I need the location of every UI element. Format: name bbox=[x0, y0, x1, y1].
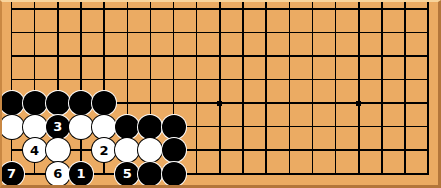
move-number: 4 bbox=[30, 144, 39, 157]
grid-line-horizontal bbox=[11, 55, 429, 57]
go-stone-black[interactable] bbox=[138, 162, 162, 186]
go-board-grid: 3427615 bbox=[2, 2, 438, 185]
grid-line-horizontal bbox=[11, 79, 429, 81]
go-stone-black[interactable] bbox=[138, 115, 162, 139]
grid-line-horizontal bbox=[11, 8, 429, 10]
go-stone-black[interactable] bbox=[162, 162, 186, 186]
move-number: 1 bbox=[76, 167, 85, 180]
go-stone-white[interactable] bbox=[46, 138, 70, 162]
go-stone-white[interactable] bbox=[23, 115, 47, 139]
go-stone-white[interactable] bbox=[92, 115, 116, 139]
go-stone-black[interactable]: 5 bbox=[115, 162, 139, 186]
go-stone-white[interactable]: 2 bbox=[92, 138, 116, 162]
go-stone-black[interactable] bbox=[115, 115, 139, 139]
move-number: 5 bbox=[123, 167, 132, 180]
grid-line-horizontal bbox=[11, 32, 429, 34]
move-number: 7 bbox=[7, 167, 16, 180]
go-stone-white[interactable]: 6 bbox=[46, 162, 70, 186]
go-stone-black[interactable] bbox=[46, 91, 70, 115]
go-stone-white[interactable] bbox=[0, 115, 24, 139]
go-stone-white[interactable] bbox=[115, 138, 139, 162]
star-point bbox=[217, 101, 222, 106]
go-stone-black[interactable] bbox=[23, 91, 47, 115]
go-stone-black[interactable] bbox=[162, 138, 186, 162]
go-stone-black[interactable]: 3 bbox=[46, 115, 70, 139]
go-stone-black[interactable] bbox=[69, 91, 93, 115]
go-stone-black[interactable] bbox=[92, 91, 116, 115]
move-number: 3 bbox=[53, 120, 62, 133]
go-stone-white[interactable]: 4 bbox=[23, 138, 47, 162]
go-stone-black[interactable]: 1 bbox=[69, 162, 93, 186]
go-stone-black[interactable]: 7 bbox=[0, 162, 24, 186]
move-number: 2 bbox=[100, 144, 109, 157]
go-stone-black[interactable] bbox=[162, 115, 186, 139]
move-number: 6 bbox=[53, 167, 62, 180]
go-board[interactable]: 3427615 bbox=[0, 0, 441, 188]
go-stone-black[interactable] bbox=[0, 91, 24, 115]
go-stone-white[interactable] bbox=[138, 138, 162, 162]
star-point bbox=[356, 101, 361, 106]
grid-line-horizontal bbox=[11, 149, 429, 151]
go-stone-white[interactable] bbox=[69, 115, 93, 139]
